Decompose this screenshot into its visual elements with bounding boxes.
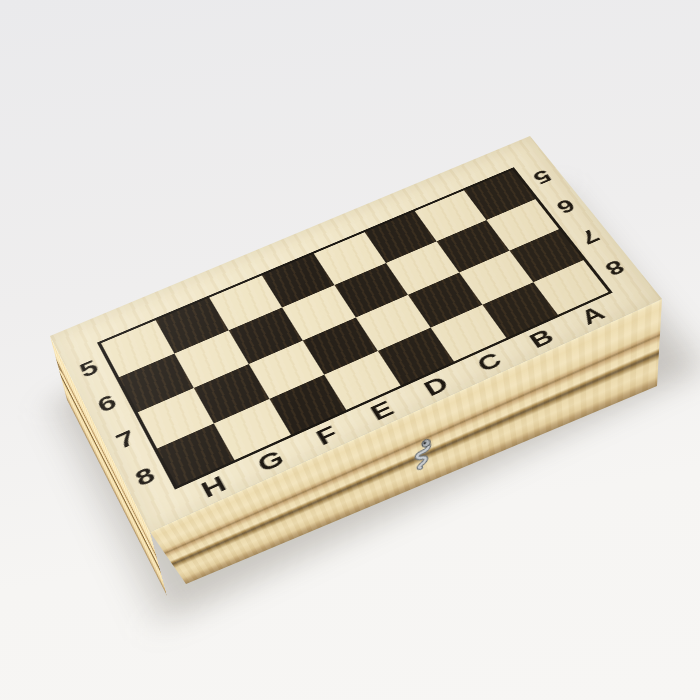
square-f5 (209, 275, 282, 330)
square-h6 (119, 354, 194, 413)
square-a6 (486, 199, 559, 251)
square-b6 (437, 220, 510, 273)
square-e7 (303, 318, 378, 375)
square-c8 (431, 305, 507, 362)
square-d6 (334, 263, 407, 317)
square-g5 (156, 298, 229, 354)
square-g7 (194, 364, 270, 423)
square-e8 (324, 351, 400, 410)
square-b5 (415, 190, 487, 241)
rank-label-right-8: 8 (586, 245, 643, 291)
clasp-icon (399, 431, 445, 475)
file-labels-bottom: HGFEDCBA (50, 136, 530, 336)
square-c5 (365, 211, 437, 263)
square-e5 (262, 254, 335, 308)
rank-labels-right: 5678 (50, 136, 530, 336)
square-b7 (459, 251, 533, 305)
rank-labels-left: 5678 (50, 136, 530, 336)
square-f6 (229, 308, 303, 365)
square-d7 (356, 295, 431, 351)
square-a7 (510, 229, 584, 282)
square-d8 (378, 328, 454, 386)
square-a5 (464, 170, 535, 220)
rank-label-right-6: 6 (538, 185, 593, 228)
square-h8 (157, 423, 234, 486)
square-f7 (249, 341, 324, 399)
square-f8 (269, 375, 346, 435)
square-g8 (214, 399, 291, 460)
square-d5 (314, 232, 386, 285)
square-a8 (533, 260, 608, 315)
square-e6 (282, 285, 356, 341)
square-h5 (101, 320, 174, 377)
rank-label-right-5: 5 (515, 156, 569, 198)
square-c7 (408, 273, 482, 328)
square-g6 (174, 330, 248, 388)
square-b8 (482, 282, 557, 338)
square-h7 (138, 388, 214, 449)
square-c6 (386, 241, 459, 294)
photo-scene: 5678 5678 HGFEDCBA (0, 0, 700, 700)
rank-label-right-7: 7 (562, 214, 618, 259)
